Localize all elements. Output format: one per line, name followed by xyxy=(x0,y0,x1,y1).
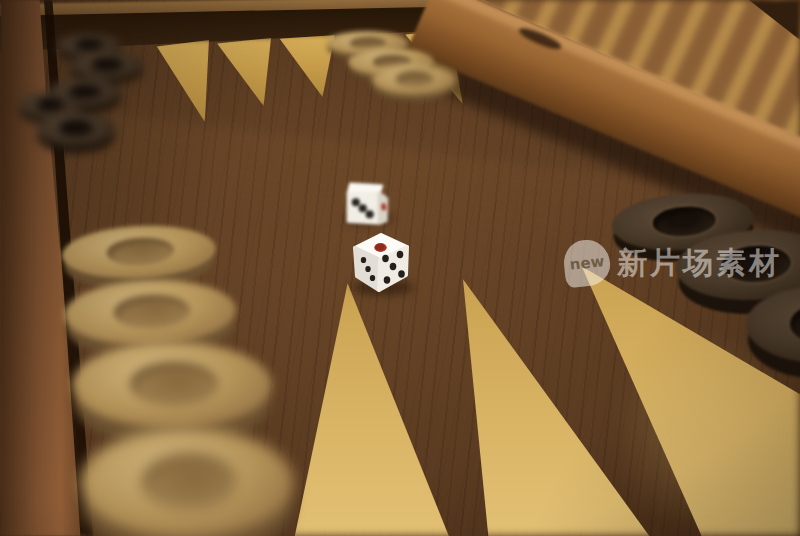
light-checker[interactable] xyxy=(80,428,294,536)
checker-recess xyxy=(91,58,124,72)
checker-recess xyxy=(142,454,236,510)
checker-recess xyxy=(37,98,65,112)
die-far-graphic xyxy=(340,178,393,230)
die-far[interactable] xyxy=(340,178,393,230)
dark-checker-cluster xyxy=(10,28,185,163)
watermark-text: 新片场素材 xyxy=(617,243,782,284)
checker-recess xyxy=(130,362,218,406)
backgammon-photo: new 新片场素材 xyxy=(0,0,800,536)
die-near-graphic xyxy=(351,233,413,293)
light-checker[interactable] xyxy=(372,64,456,98)
checker-recess xyxy=(396,71,433,87)
dark-checker[interactable] xyxy=(36,112,116,150)
watermark: new 新片场素材 xyxy=(564,240,782,286)
die-near[interactable] xyxy=(351,233,413,293)
light-checker[interactable] xyxy=(72,342,272,438)
watermark-new-badge: new xyxy=(562,238,613,289)
dark-checker[interactable] xyxy=(746,286,800,372)
watermark-badge-label: new xyxy=(569,252,605,274)
